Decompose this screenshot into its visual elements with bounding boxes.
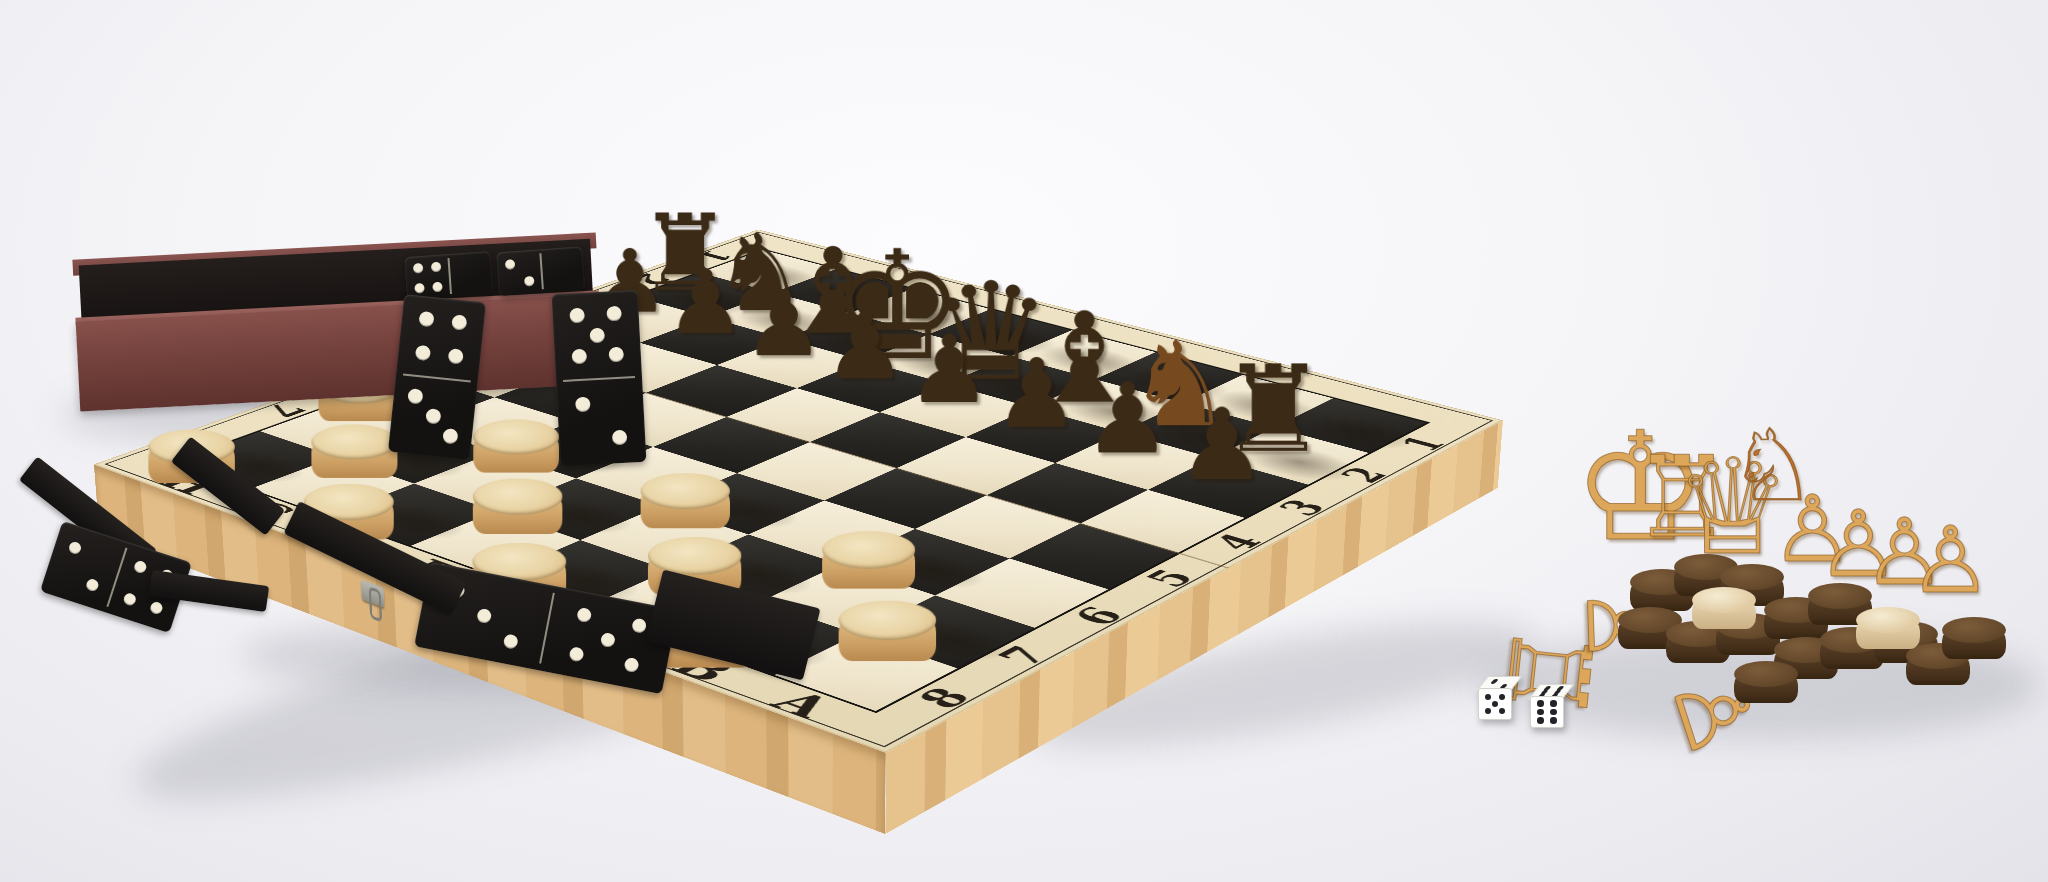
checker-disc xyxy=(473,419,559,472)
chess-piece-pawn-e2[interactable]: ♟ xyxy=(824,304,907,389)
checker-disc xyxy=(311,424,397,477)
checker-disc xyxy=(473,478,563,534)
pip xyxy=(414,282,425,293)
pip xyxy=(442,428,458,444)
pip xyxy=(122,592,137,607)
pip xyxy=(67,540,82,555)
pip xyxy=(1537,717,1543,723)
pip xyxy=(606,306,622,322)
checker-dark-offboard[interactable] xyxy=(1942,617,2006,659)
checker-disc xyxy=(822,531,915,589)
pip xyxy=(407,388,423,404)
pip xyxy=(571,348,587,364)
light-piece-standing-pawn[interactable]: ♙ xyxy=(1909,519,1991,604)
pip xyxy=(415,345,431,361)
pip xyxy=(85,578,100,593)
chess-piece-pawn-f2[interactable]: ♟ xyxy=(743,282,824,365)
pip xyxy=(133,560,148,575)
pip xyxy=(431,262,442,273)
checker-dark-offboard[interactable] xyxy=(1734,661,1798,703)
pip xyxy=(1537,700,1543,706)
pip xyxy=(418,311,434,327)
domino-leaning[interactable] xyxy=(388,294,486,460)
pawn-glyph: ♟ xyxy=(666,261,746,343)
domino-leaning[interactable] xyxy=(552,290,647,466)
die-front-face xyxy=(1478,688,1512,720)
clasp-latch-icon xyxy=(361,579,385,607)
chess-piece-pawn-g2[interactable]: ♟ xyxy=(666,261,746,343)
pip xyxy=(1499,708,1505,714)
die[interactable] xyxy=(1478,676,1518,718)
pip xyxy=(1499,694,1505,700)
pip xyxy=(432,281,443,292)
pip xyxy=(413,263,424,274)
checker-disc xyxy=(641,473,730,528)
pip xyxy=(451,314,467,330)
chess-piece-pawn-a2[interactable]: ♟ xyxy=(1177,399,1266,491)
pip xyxy=(1485,694,1491,700)
pip xyxy=(609,346,625,362)
pip xyxy=(502,634,518,650)
pip xyxy=(1492,701,1498,707)
pip xyxy=(1550,717,1556,723)
pip xyxy=(575,397,591,413)
domino-in-box[interactable] xyxy=(404,251,493,301)
pip xyxy=(631,617,647,633)
pip xyxy=(425,408,441,424)
checker-light-b6[interactable] xyxy=(822,531,915,589)
chess-piece-pawn-c2[interactable]: ♟ xyxy=(994,350,1080,438)
pip xyxy=(1537,709,1543,715)
checker-light-offboard[interactable] xyxy=(1692,587,1756,629)
pip xyxy=(476,608,492,624)
pawn-glyph: ♟ xyxy=(994,350,1080,438)
checker-light-a7[interactable] xyxy=(839,600,937,660)
checker-light-g7[interactable] xyxy=(311,424,397,477)
pip xyxy=(611,429,627,445)
pawn-glyph: ♟ xyxy=(743,282,824,365)
domino-in-box[interactable] xyxy=(496,246,585,296)
pip xyxy=(447,348,463,364)
checker-light-f6[interactable] xyxy=(473,419,559,472)
pip xyxy=(589,327,605,343)
checker-disc xyxy=(839,600,937,660)
pip xyxy=(524,276,535,287)
pip xyxy=(149,600,164,615)
pawn-glyph: ♟ xyxy=(907,326,991,412)
pip xyxy=(600,632,616,648)
pip xyxy=(1550,709,1556,715)
photo-scene: 1234567812345678HGFEDCBA♜♞♝♛♚♝♞♜♟♟♟♟♟♟♟♟… xyxy=(0,0,2048,882)
domino-box[interactable] xyxy=(72,232,603,411)
die-front-face xyxy=(1530,696,1564,728)
pip xyxy=(568,646,584,662)
pip xyxy=(1550,700,1556,706)
checker-light-e7[interactable] xyxy=(473,478,563,534)
checker-light-d6[interactable] xyxy=(641,473,730,528)
checker-light-offboard[interactable] xyxy=(1856,607,1920,649)
pip xyxy=(1491,679,1500,684)
chess-piece-pawn-d2[interactable]: ♟ xyxy=(907,326,991,412)
pip xyxy=(1485,708,1491,714)
pawn-glyph: ♟ xyxy=(824,304,907,389)
pawn-glyph: ♟ xyxy=(1084,374,1171,464)
die[interactable] xyxy=(1530,684,1570,726)
pip xyxy=(569,308,585,324)
pawn-glyph: ♟ xyxy=(1177,399,1266,491)
pip xyxy=(505,259,516,270)
chess-piece-pawn-b2[interactable]: ♟ xyxy=(1084,374,1171,464)
pip xyxy=(624,657,640,673)
pip xyxy=(576,607,592,623)
